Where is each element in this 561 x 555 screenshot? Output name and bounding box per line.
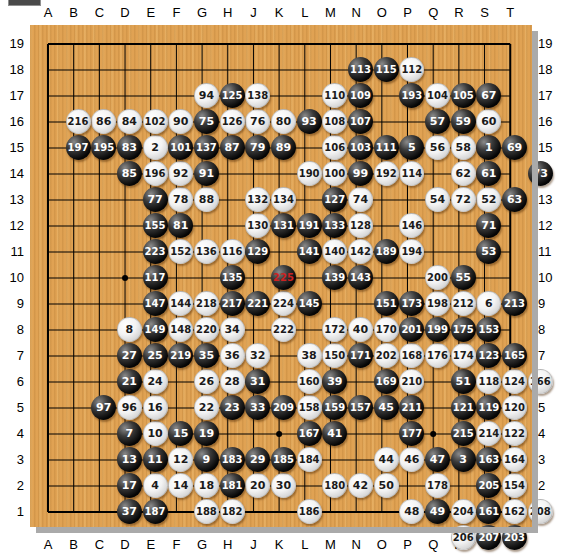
stone-D11: 117 bbox=[143, 265, 168, 290]
row-label-15: 15 bbox=[538, 140, 561, 156]
stone-S5: 122 bbox=[502, 421, 527, 446]
stone-M13: 128 bbox=[348, 213, 373, 238]
stone-N15: 192 bbox=[374, 161, 399, 186]
stone-D7: 24 bbox=[143, 369, 168, 394]
stone-P14: 54 bbox=[425, 187, 450, 212]
column-label-Q: Q bbox=[420, 5, 446, 21]
stone-E5: 15 bbox=[168, 421, 193, 446]
stone-G6: 23 bbox=[220, 395, 245, 420]
stone-M3: 42 bbox=[348, 473, 373, 498]
stone-D14: 77 bbox=[143, 187, 168, 212]
row-label-2: 2 bbox=[0, 478, 24, 494]
column-label-B: B bbox=[61, 5, 87, 21]
stone-M16: 103 bbox=[348, 135, 373, 160]
row-label-15: 15 bbox=[0, 140, 24, 156]
stone-N9: 170 bbox=[374, 317, 399, 342]
stone-D16: 2 bbox=[143, 135, 168, 160]
stone-C7: 21 bbox=[117, 369, 142, 394]
stone-A16: 197 bbox=[66, 135, 91, 160]
stone-K10: 145 bbox=[297, 291, 322, 316]
stone-O16: 5 bbox=[399, 135, 424, 160]
stone-J14: 134 bbox=[271, 187, 296, 212]
row-label-18: 18 bbox=[0, 62, 24, 78]
stone-R14: 52 bbox=[476, 187, 501, 212]
stone-P16: 56 bbox=[425, 135, 450, 160]
stone-R15: 61 bbox=[476, 161, 501, 186]
row-label-11: 11 bbox=[0, 244, 24, 260]
column-label-D: D bbox=[112, 5, 138, 21]
row-label-9: 9 bbox=[0, 296, 24, 312]
column-label-G: G bbox=[189, 537, 215, 553]
stone-R18: 67 bbox=[476, 83, 501, 108]
stone-G16: 87 bbox=[220, 135, 245, 160]
row-label-8: 8 bbox=[538, 322, 561, 338]
stone-E14: 78 bbox=[168, 187, 193, 212]
column-label-F: F bbox=[163, 537, 189, 553]
column-label-N: N bbox=[343, 537, 369, 553]
stone-D10: 147 bbox=[143, 291, 168, 316]
column-label-J: J bbox=[240, 5, 266, 21]
stone-G2: 182 bbox=[220, 499, 245, 524]
stone-F9: 220 bbox=[194, 317, 219, 342]
column-label-M: M bbox=[317, 5, 343, 21]
stone-C16: 83 bbox=[117, 135, 142, 160]
stone-Q7: 51 bbox=[451, 369, 476, 394]
stone-R7: 118 bbox=[476, 369, 501, 394]
stone-H6: 33 bbox=[245, 395, 270, 420]
stone-H3: 20 bbox=[245, 473, 270, 498]
row-label-3: 3 bbox=[538, 452, 561, 468]
stone-F15: 91 bbox=[194, 161, 219, 186]
stone-K2: 186 bbox=[297, 499, 322, 524]
stone-D5: 10 bbox=[143, 421, 168, 446]
stone-C5: 7 bbox=[117, 421, 142, 446]
stone-J16: 89 bbox=[271, 135, 296, 160]
row-label-2: 2 bbox=[538, 478, 561, 494]
stone-M6: 157 bbox=[348, 395, 373, 420]
row-label-7: 7 bbox=[0, 348, 24, 364]
stone-S8: 165 bbox=[502, 343, 527, 368]
stone-N4: 44 bbox=[374, 447, 399, 472]
stone-M11: 143 bbox=[348, 265, 373, 290]
stone-M14: 74 bbox=[348, 187, 373, 212]
stone-K5: 167 bbox=[297, 421, 322, 446]
column-label-T: T bbox=[497, 5, 523, 21]
stone-K4: 184 bbox=[297, 447, 322, 472]
stone-O6: 211 bbox=[399, 395, 424, 420]
row-label-19: 19 bbox=[538, 36, 561, 52]
stone-D9: 149 bbox=[143, 317, 168, 342]
column-label-A: A bbox=[35, 5, 61, 21]
stone-R2: 161 bbox=[476, 499, 501, 524]
stone-R5: 214 bbox=[476, 421, 501, 446]
stone-L6: 159 bbox=[322, 395, 347, 420]
stone-H16: 79 bbox=[245, 135, 270, 160]
stone-R12: 53 bbox=[476, 239, 501, 264]
stone-J13: 131 bbox=[271, 213, 296, 238]
stone-Q4: 3 bbox=[451, 447, 476, 472]
stone-B6: 97 bbox=[91, 395, 116, 420]
stone-N8: 202 bbox=[374, 343, 399, 368]
column-label-L: L bbox=[292, 5, 318, 21]
column-label-J: J bbox=[240, 537, 266, 553]
stone-E10: 144 bbox=[168, 291, 193, 316]
row-label-10: 10 bbox=[0, 270, 24, 286]
stone-P4: 47 bbox=[425, 447, 450, 472]
stone-Q16: 58 bbox=[451, 135, 476, 160]
stone-Q9: 175 bbox=[451, 317, 476, 342]
stone-G7: 28 bbox=[220, 369, 245, 394]
column-label-P: P bbox=[395, 5, 421, 21]
stone-O12: 194 bbox=[399, 239, 424, 264]
stone-H14: 132 bbox=[245, 187, 270, 212]
board-shadow-right bbox=[532, 31, 538, 533]
stone-F5: 19 bbox=[194, 421, 219, 446]
stone-K12: 141 bbox=[297, 239, 322, 264]
stone-J4: 185 bbox=[271, 447, 296, 472]
stone-S7: 124 bbox=[502, 369, 527, 394]
row-label-18: 18 bbox=[538, 62, 561, 78]
column-label-C: C bbox=[86, 5, 112, 21]
stone-D17: 102 bbox=[143, 109, 168, 134]
stone-R10: 6 bbox=[476, 291, 501, 316]
stone-Q11: 55 bbox=[451, 265, 476, 290]
stone-R8: 123 bbox=[476, 343, 501, 368]
stone-S14: 63 bbox=[502, 187, 527, 212]
column-label-A: A bbox=[35, 537, 61, 553]
stone-J17: 80 bbox=[271, 109, 296, 134]
stone-E4: 12 bbox=[168, 447, 193, 472]
stone-B17: 86 bbox=[91, 109, 116, 134]
stone-M17: 107 bbox=[348, 109, 373, 134]
stone-Q17: 59 bbox=[451, 109, 476, 134]
stone-E13: 81 bbox=[168, 213, 193, 238]
column-label-H: H bbox=[215, 5, 241, 21]
stone-N10: 151 bbox=[374, 291, 399, 316]
stone-J11: 225 bbox=[271, 265, 296, 290]
stone-C17: 84 bbox=[117, 109, 142, 134]
stone-E12: 152 bbox=[168, 239, 193, 264]
stone-L16: 106 bbox=[322, 135, 347, 160]
stone-M9: 40 bbox=[348, 317, 373, 342]
stone-D4: 11 bbox=[143, 447, 168, 472]
stone-A17: 216 bbox=[66, 109, 91, 134]
row-label-16: 16 bbox=[0, 114, 24, 130]
stone-R13: 71 bbox=[476, 213, 501, 238]
stone-O8: 168 bbox=[399, 343, 424, 368]
stone-Q10: 212 bbox=[451, 291, 476, 316]
row-label-12: 12 bbox=[538, 218, 561, 234]
stone-J3: 30 bbox=[271, 473, 296, 498]
stone-K8: 38 bbox=[297, 343, 322, 368]
stone-Q6: 121 bbox=[451, 395, 476, 420]
stone-O19: 112 bbox=[399, 57, 424, 82]
stone-Q5: 215 bbox=[451, 421, 476, 446]
stone-O2: 48 bbox=[399, 499, 424, 524]
stone-L8: 150 bbox=[322, 343, 347, 368]
stone-G3: 181 bbox=[220, 473, 245, 498]
stone-R16: 1 bbox=[476, 135, 501, 160]
stone-P3: 178 bbox=[425, 473, 450, 498]
stone-K17: 93 bbox=[297, 109, 322, 134]
stone-R6: 119 bbox=[476, 395, 501, 420]
stone-K6: 158 bbox=[297, 395, 322, 420]
stone-H7: 31 bbox=[245, 369, 270, 394]
stone-S6: 120 bbox=[502, 395, 527, 420]
stone-G10: 217 bbox=[220, 291, 245, 316]
row-label-9: 9 bbox=[538, 296, 561, 312]
stone-L12: 140 bbox=[322, 239, 347, 264]
stone-L15: 100 bbox=[322, 161, 347, 186]
stone-M15: 99 bbox=[348, 161, 373, 186]
stone-P8: 176 bbox=[425, 343, 450, 368]
row-label-12: 12 bbox=[0, 218, 24, 234]
stone-P9: 199 bbox=[425, 317, 450, 342]
stone-F8: 35 bbox=[194, 343, 219, 368]
column-label-R: R bbox=[446, 5, 472, 21]
stone-F6: 22 bbox=[194, 395, 219, 420]
row-label-16: 16 bbox=[538, 114, 561, 130]
stone-P18: 104 bbox=[425, 83, 450, 108]
row-label-1: 1 bbox=[0, 504, 24, 520]
stone-H17: 76 bbox=[245, 109, 270, 134]
row-label-13: 13 bbox=[0, 192, 24, 208]
stone-P11: 200 bbox=[425, 265, 450, 290]
row-label-4: 4 bbox=[538, 426, 561, 442]
go-board[interactable]: 1234567891011121314151617181920212223242… bbox=[30, 25, 532, 527]
stone-Q18: 105 bbox=[451, 83, 476, 108]
stone-H18: 138 bbox=[245, 83, 270, 108]
stone-N12: 189 bbox=[374, 239, 399, 264]
stone-N19: 115 bbox=[374, 57, 399, 82]
column-label-P: P bbox=[395, 537, 421, 553]
stone-F14: 88 bbox=[194, 187, 219, 212]
stone-N6: 45 bbox=[374, 395, 399, 420]
stone-H4: 29 bbox=[245, 447, 270, 472]
row-label-8: 8 bbox=[0, 322, 24, 338]
row-label-17: 17 bbox=[538, 88, 561, 104]
stone-K7: 160 bbox=[297, 369, 322, 394]
stone-Q15: 62 bbox=[451, 161, 476, 186]
stone-L5: 41 bbox=[322, 421, 347, 446]
row-label-11: 11 bbox=[538, 244, 561, 260]
stone-S4: 164 bbox=[502, 447, 527, 472]
stone-O10: 173 bbox=[399, 291, 424, 316]
stone-D6: 16 bbox=[143, 395, 168, 420]
stone-M19: 113 bbox=[348, 57, 373, 82]
stone-K15: 190 bbox=[297, 161, 322, 186]
row-label-3: 3 bbox=[0, 452, 24, 468]
stone-C2: 37 bbox=[117, 499, 142, 524]
stone-O18: 193 bbox=[399, 83, 424, 108]
row-label-19: 19 bbox=[0, 36, 24, 52]
stone-O13: 146 bbox=[399, 213, 424, 238]
stone-H10: 221 bbox=[245, 291, 270, 316]
stone-N7: 169 bbox=[374, 369, 399, 394]
stone-D8: 25 bbox=[143, 343, 168, 368]
stone-J9: 222 bbox=[271, 317, 296, 342]
stone-P10: 198 bbox=[425, 291, 450, 316]
row-label-13: 13 bbox=[538, 192, 561, 208]
stone-Q2: 204 bbox=[451, 499, 476, 524]
stone-N16: 111 bbox=[374, 135, 399, 160]
stone-M18: 109 bbox=[348, 83, 373, 108]
stone-F3: 18 bbox=[194, 473, 219, 498]
stone-G8: 36 bbox=[220, 343, 245, 368]
row-label-6: 6 bbox=[0, 374, 24, 390]
stone-D3: 4 bbox=[143, 473, 168, 498]
stone-R4: 163 bbox=[476, 447, 501, 472]
stone-R3: 205 bbox=[476, 473, 501, 498]
column-label-K: K bbox=[266, 537, 292, 553]
stone-L3: 180 bbox=[322, 473, 347, 498]
stone-C6: 96 bbox=[117, 395, 142, 420]
stone-E8: 219 bbox=[168, 343, 193, 368]
stone-F16: 137 bbox=[194, 135, 219, 160]
stone-O4: 46 bbox=[399, 447, 424, 472]
stone-R17: 60 bbox=[476, 109, 501, 134]
stone-C8: 27 bbox=[117, 343, 142, 368]
row-label-14: 14 bbox=[0, 166, 24, 182]
row-label-17: 17 bbox=[0, 88, 24, 104]
stone-C3: 17 bbox=[117, 473, 142, 498]
stone-L14: 127 bbox=[322, 187, 347, 212]
stone-F18: 94 bbox=[194, 83, 219, 108]
column-label-K: K bbox=[266, 5, 292, 21]
column-label-B: B bbox=[61, 537, 87, 553]
stone-Q8: 174 bbox=[451, 343, 476, 368]
stone-S16: 69 bbox=[502, 135, 527, 160]
column-label-D: D bbox=[112, 537, 138, 553]
stone-Q14: 72 bbox=[451, 187, 476, 212]
column-label-H: H bbox=[215, 537, 241, 553]
stone-L11: 139 bbox=[322, 265, 347, 290]
stone-O5: 177 bbox=[399, 421, 424, 446]
stone-G4: 183 bbox=[220, 447, 245, 472]
row-label-5: 5 bbox=[538, 400, 561, 416]
stone-H8: 32 bbox=[245, 343, 270, 368]
stone-L13: 133 bbox=[322, 213, 347, 238]
stone-G11: 135 bbox=[220, 265, 245, 290]
column-label-C: C bbox=[86, 537, 112, 553]
stone-E3: 14 bbox=[168, 473, 193, 498]
stone-G17: 126 bbox=[220, 109, 245, 134]
stone-O15: 114 bbox=[399, 161, 424, 186]
stone-S3: 154 bbox=[502, 473, 527, 498]
stone-F12: 136 bbox=[194, 239, 219, 264]
stone-L9: 172 bbox=[322, 317, 347, 342]
stone-S2: 162 bbox=[502, 499, 527, 524]
stone-D15: 196 bbox=[143, 161, 168, 186]
stone-E17: 90 bbox=[168, 109, 193, 134]
stone-P17: 57 bbox=[425, 109, 450, 134]
stone-O7: 210 bbox=[399, 369, 424, 394]
stone-G9: 34 bbox=[220, 317, 245, 342]
stone-M12: 142 bbox=[348, 239, 373, 264]
column-label-O: O bbox=[369, 5, 395, 21]
stone-J10: 224 bbox=[271, 291, 296, 316]
stone-S10: 213 bbox=[502, 291, 527, 316]
stone-L17: 108 bbox=[322, 109, 347, 134]
column-label-E: E bbox=[138, 5, 164, 21]
column-label-G: G bbox=[189, 5, 215, 21]
column-label-F: F bbox=[163, 5, 189, 21]
stone-R9: 153 bbox=[476, 317, 501, 342]
column-label-L: L bbox=[292, 537, 318, 553]
stone-E16: 101 bbox=[168, 135, 193, 160]
row-label-5: 5 bbox=[0, 400, 24, 416]
stone-C4: 13 bbox=[117, 447, 142, 472]
stone-P2: 49 bbox=[425, 499, 450, 524]
stone-G12: 116 bbox=[220, 239, 245, 264]
stone-N3: 50 bbox=[374, 473, 399, 498]
stone-J6: 209 bbox=[271, 395, 296, 420]
row-label-4: 4 bbox=[0, 426, 24, 442]
stone-B16: 195 bbox=[91, 135, 116, 160]
stone-E15: 92 bbox=[168, 161, 193, 186]
column-label-E: E bbox=[138, 537, 164, 553]
stone-C15: 85 bbox=[117, 161, 142, 186]
stone-H13: 130 bbox=[245, 213, 270, 238]
stone-D2: 187 bbox=[143, 499, 168, 524]
stone-M8: 171 bbox=[348, 343, 373, 368]
board-shadow-bottom bbox=[36, 527, 532, 533]
stone-O9: 201 bbox=[399, 317, 424, 342]
stone-L18: 110 bbox=[322, 83, 347, 108]
column-label-S: S bbox=[472, 5, 498, 21]
stone-E9: 148 bbox=[168, 317, 193, 342]
stone-F2: 188 bbox=[194, 499, 219, 524]
stone-F10: 218 bbox=[194, 291, 219, 316]
stone-F4: 9 bbox=[194, 447, 219, 472]
stone-C9: 8 bbox=[117, 317, 142, 342]
go-app-screen: ABCDEFGHJKLMNOPQRST ABCDEFGHJKLMNOPQRST … bbox=[0, 0, 561, 555]
stone-D12: 223 bbox=[143, 239, 168, 264]
stone-F7: 26 bbox=[194, 369, 219, 394]
column-label-M: M bbox=[317, 537, 343, 553]
row-label-7: 7 bbox=[538, 348, 561, 364]
column-label-O: O bbox=[369, 537, 395, 553]
stone-G18: 125 bbox=[220, 83, 245, 108]
stone-K13: 191 bbox=[297, 213, 322, 238]
stone-D13: 155 bbox=[143, 213, 168, 238]
column-label-N: N bbox=[343, 5, 369, 21]
column-label-Q: Q bbox=[420, 537, 446, 553]
stone-F17: 75 bbox=[194, 109, 219, 134]
row-label-10: 10 bbox=[538, 270, 561, 286]
stone-H12: 129 bbox=[245, 239, 270, 264]
stone-L7: 39 bbox=[322, 369, 347, 394]
